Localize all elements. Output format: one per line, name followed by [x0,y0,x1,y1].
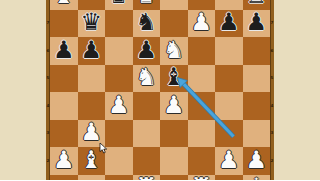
white-pawn-b3[interactable]: ♟ [80,121,102,145]
white-pawn-f7[interactable]: ♟ [190,11,212,35]
square-h6[interactable] [243,37,271,65]
white-pawn-h2[interactable]: ♟ [245,148,267,172]
square-b2[interactable]: ♝ [78,147,106,175]
square-c7[interactable] [105,10,133,38]
square-a7[interactable] [50,10,78,38]
square-d4[interactable] [133,92,161,120]
square-c4[interactable]: ♟ [105,92,133,120]
rank-label-7: 7 [47,21,50,25]
square-d6[interactable]: ♟ [133,37,161,65]
square-c6[interactable] [105,37,133,65]
white-rook-f1[interactable]: ♜ [190,176,212,180]
square-e8[interactable] [160,0,188,10]
square-c1[interactable] [105,175,133,181]
square-d2[interactable] [133,147,161,175]
square-f7[interactable]: ♟ [188,10,216,38]
white-bishop-a8[interactable]: ♝ [53,0,75,7]
square-a1[interactable] [50,175,78,181]
square-e1[interactable] [160,175,188,181]
white-rook-d1[interactable]: ♜ [135,176,157,180]
rank-label-7: 7 [271,21,274,25]
white-pawn-a2[interactable]: ♟ [53,148,75,172]
black-rook-h8[interactable]: ♜ [245,0,267,7]
square-e3[interactable] [160,120,188,148]
white-bishop-b2[interactable]: ♝ [80,148,102,172]
black-bishop-e5[interactable]: ♝ [163,66,185,90]
white-king-h1[interactable]: ♚ [245,176,267,180]
square-e4[interactable]: ♟ [160,92,188,120]
square-a4[interactable] [50,92,78,120]
square-b3[interactable]: ♟ [78,120,106,148]
square-g7[interactable]: ♟ [215,10,243,38]
square-b7[interactable]: ♛ [78,10,106,38]
chess-board: ♝♚♛♜♛♞♟♟♟♟♟♟♞♞♝♟♟♟♟♝♟♟♜♜♚ [50,0,270,180]
rank-label-2: 2 [271,159,274,163]
square-f4[interactable] [188,92,216,120]
square-c3[interactable] [105,120,133,148]
rank-label-2: 2 [47,159,50,163]
square-g2[interactable]: ♟ [215,147,243,175]
black-knight-d7[interactable]: ♞ [135,11,157,35]
square-h3[interactable] [243,120,271,148]
rank-label-4: 4 [271,104,274,108]
square-h7[interactable]: ♟ [243,10,271,38]
square-f2[interactable] [188,147,216,175]
square-g3[interactable] [215,120,243,148]
square-a5[interactable] [50,65,78,93]
black-pawn-d6[interactable]: ♟ [135,38,157,62]
black-king-c8[interactable]: ♚ [108,0,130,7]
rank-label-6: 6 [271,49,274,53]
square-g5[interactable] [215,65,243,93]
square-d3[interactable] [133,120,161,148]
black-pawn-a6[interactable]: ♟ [53,38,75,62]
rank-label-4: 4 [47,104,50,108]
square-c8[interactable]: ♚ [105,0,133,10]
white-pawn-g2[interactable]: ♟ [218,148,240,172]
square-g1[interactable] [215,175,243,181]
square-b5[interactable] [78,65,106,93]
white-knight-d5[interactable]: ♞ [135,66,157,90]
square-a8[interactable]: ♝ [50,0,78,10]
chess-app-frame: 87654321 87654321 ♝♚♛♜♛♞♟♟♟♟♟♟♞♞♝♟♟♟♟♝♟♟… [0,0,320,180]
square-e2[interactable] [160,147,188,175]
white-pawn-e4[interactable]: ♟ [163,93,185,117]
white-pawn-c4[interactable]: ♟ [108,93,130,117]
square-f1[interactable]: ♜ [188,175,216,181]
square-e7[interactable] [160,10,188,38]
square-f6[interactable] [188,37,216,65]
square-h5[interactable] [243,65,271,93]
square-h1[interactable]: ♚ [243,175,271,181]
square-a3[interactable] [50,120,78,148]
white-queen-d8[interactable]: ♛ [135,0,157,7]
square-g4[interactable] [215,92,243,120]
square-a2[interactable]: ♟ [50,147,78,175]
square-h2[interactable]: ♟ [243,147,271,175]
square-b4[interactable] [78,92,106,120]
square-d5[interactable]: ♞ [133,65,161,93]
rank-label-5: 5 [47,76,50,80]
square-b6[interactable]: ♟ [78,37,106,65]
square-e5[interactable]: ♝ [160,65,188,93]
square-d1[interactable]: ♜ [133,175,161,181]
square-g6[interactable] [215,37,243,65]
square-f3[interactable] [188,120,216,148]
black-pawn-h7[interactable]: ♟ [245,11,267,35]
square-h4[interactable] [243,92,271,120]
square-c2[interactable] [105,147,133,175]
black-pawn-b6[interactable]: ♟ [80,38,102,62]
right-board-border: 87654321 [270,0,274,180]
square-d7[interactable]: ♞ [133,10,161,38]
rank-label-3: 3 [47,131,50,135]
square-f5[interactable] [188,65,216,93]
square-e6[interactable]: ♞ [160,37,188,65]
white-knight-e6[interactable]: ♞ [163,38,185,62]
rank-label-5: 5 [271,76,274,80]
black-queen-b7[interactable]: ♛ [80,11,102,35]
square-b1[interactable] [78,175,106,181]
black-pawn-g7[interactable]: ♟ [218,11,240,35]
rank-label-6: 6 [47,49,50,53]
rank-label-3: 3 [271,131,274,135]
square-c5[interactable] [105,65,133,93]
square-a6[interactable]: ♟ [50,37,78,65]
